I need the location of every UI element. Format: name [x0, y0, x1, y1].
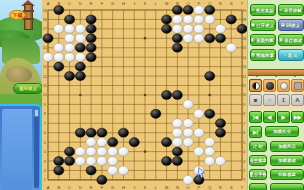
white-stone: [108, 166, 118, 175]
svg-text:5: 5: [243, 141, 245, 145]
svg-text:18: 18: [43, 18, 47, 22]
control-panel: ⊙答对奖励⊙语音讲解▣打开讲义▤99讲义◧形势判断▥保存棋谱▨围棋故事⇦退 出 …: [247, 0, 304, 190]
reward-button-label: 答对奖励: [256, 8, 274, 13]
lower-button-row: ▶|加载作业: [249, 126, 304, 138]
svg-text:N: N: [176, 1, 179, 6]
svg-text:P: P: [198, 185, 201, 190]
svg-text:4: 4: [243, 150, 245, 154]
white-stone: [97, 138, 107, 147]
white-stone: [64, 34, 74, 43]
reward-button-icon: ⊙: [251, 8, 254, 12]
svg-text:G: G: [111, 185, 114, 190]
voice-button-icon: ⊙: [279, 8, 282, 12]
circle-marker-tool[interactable]: ○: [263, 94, 276, 106]
white-stone: [118, 166, 128, 175]
black-stone: [172, 156, 182, 165]
nav-first-button[interactable]: |◀: [249, 111, 262, 123]
svg-text:H: H: [122, 1, 125, 6]
white-stone: [172, 24, 182, 33]
white-stone: [64, 53, 74, 62]
black-stone: [161, 15, 171, 24]
lower-button-grid: ▶|加载作业计 时加载死活清空棋盘加载棋谱显示手数切换棋盘: [249, 126, 304, 190]
svg-text:J: J: [133, 1, 135, 6]
nav-next-button[interactable]: ▶: [277, 111, 290, 123]
black-stone: [118, 128, 128, 137]
white-stone: [183, 119, 193, 128]
white-stone: [194, 128, 204, 137]
white-stone: [194, 34, 204, 43]
svg-text:D: D: [79, 185, 82, 190]
black-stone: [43, 34, 53, 43]
lower-button-row: 计 时加载死活: [249, 141, 304, 152]
erase-stone-tool[interactable]: [291, 79, 304, 92]
white-stone: [183, 100, 193, 109]
svg-text:5: 5: [44, 141, 46, 145]
white-stone: [43, 53, 53, 62]
white-stone-tool[interactable]: [277, 79, 290, 92]
svg-text:A: A: [47, 1, 50, 6]
black-stone: [75, 43, 85, 52]
svg-text:S: S: [230, 185, 233, 190]
svg-text:3: 3: [243, 160, 245, 164]
black-stone: [54, 62, 64, 71]
nav-fast-forward-button[interactable]: ▶▶: [291, 111, 304, 123]
black-stone: [86, 24, 96, 33]
svg-text:E: E: [90, 1, 93, 6]
black-stone: [205, 109, 215, 118]
white-stone: [194, 15, 204, 24]
tower-band: [23, 18, 34, 20]
white-stone: [97, 147, 107, 156]
svg-text:J: J: [133, 185, 135, 190]
white-stone: [75, 147, 85, 156]
svg-text:S: S: [230, 1, 233, 6]
black-stone-tool-icon: [266, 82, 274, 90]
svg-text:G: G: [111, 1, 114, 6]
svg-text:11: 11: [242, 84, 246, 88]
svg-text:B: B: [57, 185, 60, 190]
play-sign: 下棋: [9, 10, 26, 20]
nav-last-button[interactable]: ▶|: [249, 126, 262, 138]
white-stone: [54, 43, 64, 52]
load-homework-button[interactable]: 加载作业: [265, 126, 299, 137]
svg-text:D: D: [79, 1, 82, 6]
svg-text:R: R: [219, 1, 222, 6]
white-stone: [54, 53, 64, 62]
svg-text:1: 1: [243, 178, 245, 182]
svg-text:B: B: [57, 1, 60, 6]
square-marker-tool[interactable]: ■: [249, 94, 262, 106]
judge-button-label: 形势判断: [256, 38, 274, 43]
chat-messages-area: [2, 109, 32, 190]
svg-text:6: 6: [243, 131, 245, 135]
white-stone: [108, 156, 118, 165]
white-stone: [86, 138, 96, 147]
lower-button-row: [249, 183, 304, 190]
black-stone: [161, 24, 171, 33]
svg-text:9: 9: [44, 103, 46, 107]
black-stone: [75, 128, 85, 137]
white-stone: [86, 147, 96, 156]
white-stone: [172, 128, 182, 137]
white-stone: [172, 119, 182, 128]
svg-text:17: 17: [43, 27, 47, 31]
black-stone: [205, 5, 215, 14]
black-stone: [86, 53, 96, 62]
load-kifu-button[interactable]: 加载棋谱: [270, 155, 304, 166]
white-stone: [194, 109, 204, 118]
svg-text:13: 13: [43, 65, 47, 69]
white-stone: [194, 5, 204, 14]
svg-text:2: 2: [243, 169, 245, 173]
black-stone: [86, 34, 96, 43]
svg-text:A: A: [47, 185, 50, 190]
black-stone: [97, 175, 107, 184]
svg-text:Q: Q: [208, 1, 211, 6]
voice-button[interactable]: ⊙语音讲解: [278, 4, 304, 16]
white-stone: [86, 156, 96, 165]
svg-text:13: 13: [242, 65, 246, 69]
white-stone: [75, 24, 85, 33]
black-stone: [151, 109, 161, 118]
svg-text:19: 19: [242, 9, 246, 13]
white-stone: [108, 147, 118, 156]
chat-panel: [0, 104, 42, 190]
svg-text:8: 8: [243, 112, 245, 116]
clear-board-button[interactable]: 清空棋盘: [249, 155, 267, 166]
open-lecture-button[interactable]: ▣打开讲义: [250, 19, 276, 31]
black-stone: [64, 72, 74, 81]
show-move-numbers-button[interactable]: 显示手数: [249, 169, 267, 180]
black-stone-tool[interactable]: [263, 79, 276, 92]
chat-scrollbar[interactable]: [34, 109, 39, 188]
shelf-bar: [248, 69, 304, 76]
svg-text:9: 9: [243, 103, 245, 107]
svg-text:14: 14: [242, 56, 246, 60]
svg-text:C: C: [68, 185, 71, 190]
black-stone: [237, 24, 247, 33]
chat-scrollbar-thumb[interactable]: [34, 109, 39, 117]
black-stone: [64, 15, 74, 24]
white-stone: [226, 43, 236, 52]
nav-prev-button[interactable]: ◀: [263, 111, 276, 123]
svg-text:7: 7: [44, 122, 46, 126]
white-stone: [183, 138, 193, 147]
black-stone: [161, 90, 171, 99]
white-stone-tool-icon: [280, 82, 288, 90]
svg-text:8: 8: [44, 112, 46, 116]
black-stone: [86, 15, 96, 24]
white-stone: [215, 24, 225, 33]
alternate-stone-tool-icon: [252, 82, 260, 90]
erase-stone-tool-icon: [294, 82, 302, 90]
white-stone: [205, 138, 215, 147]
white-stone: [75, 156, 85, 165]
black-stone: [215, 128, 225, 137]
white-stone: [75, 53, 85, 62]
lower-button-row: 清空棋盘加载棋谱: [249, 155, 304, 166]
svg-text:P: P: [198, 1, 201, 6]
white-stone: [215, 156, 225, 165]
marker-palette: ■○1A: [249, 94, 304, 106]
white-stone: [183, 24, 193, 33]
go-board-svg[interactable]: AA1919BB1818CC1717DD1616EE1515FF1414GG13…: [42, 0, 247, 190]
white-stone: [64, 43, 74, 52]
white-stone: [172, 15, 182, 24]
white-stone: [183, 34, 193, 43]
stone-palette: [249, 79, 304, 92]
black-stone: [64, 147, 74, 156]
black-stone: [215, 34, 225, 43]
black-stone: [108, 138, 118, 147]
white-stone: [118, 147, 128, 156]
svg-text:1: 1: [44, 178, 46, 182]
white-stone: [194, 147, 204, 156]
lecture-99-button-icon: ▤: [281, 23, 285, 27]
black-stone: [54, 156, 64, 165]
white-stone: [64, 24, 74, 33]
svg-text:3: 3: [44, 160, 46, 164]
svg-text:12: 12: [43, 75, 47, 79]
go-teaching-app: 下棋 返回讲义 AA1919BB1818CC1717DD1616EE1515FF…: [0, 0, 304, 190]
white-stone: [97, 156, 107, 165]
white-stone: [75, 34, 85, 43]
scenery: 下棋 返回讲义: [0, 0, 42, 190]
white-stone: [183, 175, 193, 184]
svg-text:O: O: [187, 185, 190, 190]
svg-text:M: M: [165, 185, 168, 190]
svg-text:E: E: [90, 185, 93, 190]
save-kifu-button[interactable]: ▥保存棋谱: [278, 34, 304, 46]
black-stone: [172, 147, 182, 156]
black-stone: [75, 62, 85, 71]
black-stone: [86, 43, 96, 52]
svg-text:C: C: [68, 1, 71, 6]
svg-text:Q: Q: [208, 185, 211, 190]
white-stone: [205, 15, 215, 24]
svg-text:16: 16: [242, 37, 246, 41]
black-stone: [75, 72, 85, 81]
black-stone: [205, 34, 215, 43]
black-stone: [86, 166, 96, 175]
svg-text:19: 19: [43, 9, 47, 13]
svg-text:K: K: [144, 1, 147, 6]
svg-text:O: O: [187, 1, 190, 6]
black-stone: [161, 156, 171, 165]
load-tsumego-button[interactable]: 加载死活: [270, 141, 304, 152]
save-kifu-button-icon: ▥: [279, 38, 283, 42]
svg-text:11: 11: [43, 84, 47, 88]
lecture-99-button[interactable]: ▤99讲义: [278, 19, 304, 31]
black-stone: [205, 72, 215, 81]
return-lecture-button[interactable]: 返回讲义: [13, 83, 43, 94]
cut-right-button[interactable]: [270, 183, 304, 190]
black-stone: [161, 138, 171, 147]
white-stone: [183, 15, 193, 24]
black-stone: [183, 5, 193, 14]
exit-button-label: 退 出: [288, 53, 298, 58]
go-board[interactable]: AA1919BB1818CC1717DD1616EE1515FF1414GG13…: [42, 0, 247, 190]
judge-button-icon: ◧: [251, 38, 255, 42]
svg-text:N: N: [176, 185, 179, 190]
svg-text:M: M: [165, 1, 168, 6]
rock: [6, 66, 32, 82]
switch-board-button[interactable]: 切换棋盘: [270, 169, 304, 180]
open-lecture-button-label: 打开讲义: [256, 23, 274, 28]
reward-button[interactable]: ⊙答对奖励: [250, 4, 276, 16]
black-stone: [54, 5, 64, 14]
svg-text:12: 12: [242, 75, 246, 79]
svg-text:7: 7: [243, 122, 245, 126]
lower-button-row: 显示手数切换棋盘: [249, 169, 304, 180]
svg-text:10: 10: [242, 93, 246, 97]
kifu-navigation: |◀◀▶▶▶: [249, 111, 304, 123]
svg-text:H: H: [122, 185, 125, 190]
black-stone: [215, 119, 225, 128]
exit-button[interactable]: ⇦退 出: [278, 49, 304, 61]
story-button[interactable]: ▨围棋故事: [250, 49, 276, 61]
black-stone: [172, 90, 182, 99]
number-marker-tool[interactable]: 1: [277, 94, 290, 106]
black-stone: [172, 5, 182, 14]
black-stone: [97, 128, 107, 137]
timer-button[interactable]: 计 时: [249, 141, 267, 152]
cut-left-button[interactable]: [249, 183, 267, 190]
letter-marker-tool[interactable]: A: [291, 94, 304, 106]
open-lecture-button-icon: ▣: [251, 23, 255, 27]
svg-text:15: 15: [242, 46, 246, 50]
white-stone: [54, 24, 64, 33]
svg-text:2: 2: [44, 169, 46, 173]
alternate-stone-tool[interactable]: [249, 79, 262, 92]
white-stone: [172, 138, 182, 147]
white-stone: [205, 147, 215, 156]
svg-text:4: 4: [44, 150, 46, 154]
black-stone: [226, 15, 236, 24]
white-stone: [194, 24, 204, 33]
svg-text:R: R: [219, 185, 222, 190]
black-stone: [64, 156, 74, 165]
svg-text:18: 18: [242, 18, 246, 22]
svg-text:6: 6: [44, 131, 46, 135]
black-stone: [86, 128, 96, 137]
top-button-grid: ⊙答对奖励⊙语音讲解▣打开讲义▤99讲义◧形势判断▥保存棋谱▨围棋故事⇦退 出: [248, 0, 304, 61]
save-kifu-button-label: 保存棋谱: [284, 38, 302, 43]
black-stone: [129, 138, 139, 147]
svg-text:K: K: [144, 185, 147, 190]
voice-button-label: 语音讲解: [284, 8, 302, 13]
svg-text:15: 15: [43, 46, 47, 50]
svg-text:10: 10: [43, 93, 47, 97]
black-stone: [172, 34, 182, 43]
white-stone: [183, 128, 193, 137]
tower-body: [24, 4, 33, 30]
judge-button[interactable]: ◧形势判断: [250, 34, 276, 46]
black-stone: [172, 43, 182, 52]
black-stone: [54, 166, 64, 175]
white-stone: [205, 156, 215, 165]
story-button-icon: ▨: [251, 53, 255, 57]
story-button-label: 围棋故事: [256, 53, 274, 58]
exit-button-icon: ⇦: [283, 53, 286, 57]
lecture-99-button-label: 99讲义: [286, 23, 300, 28]
